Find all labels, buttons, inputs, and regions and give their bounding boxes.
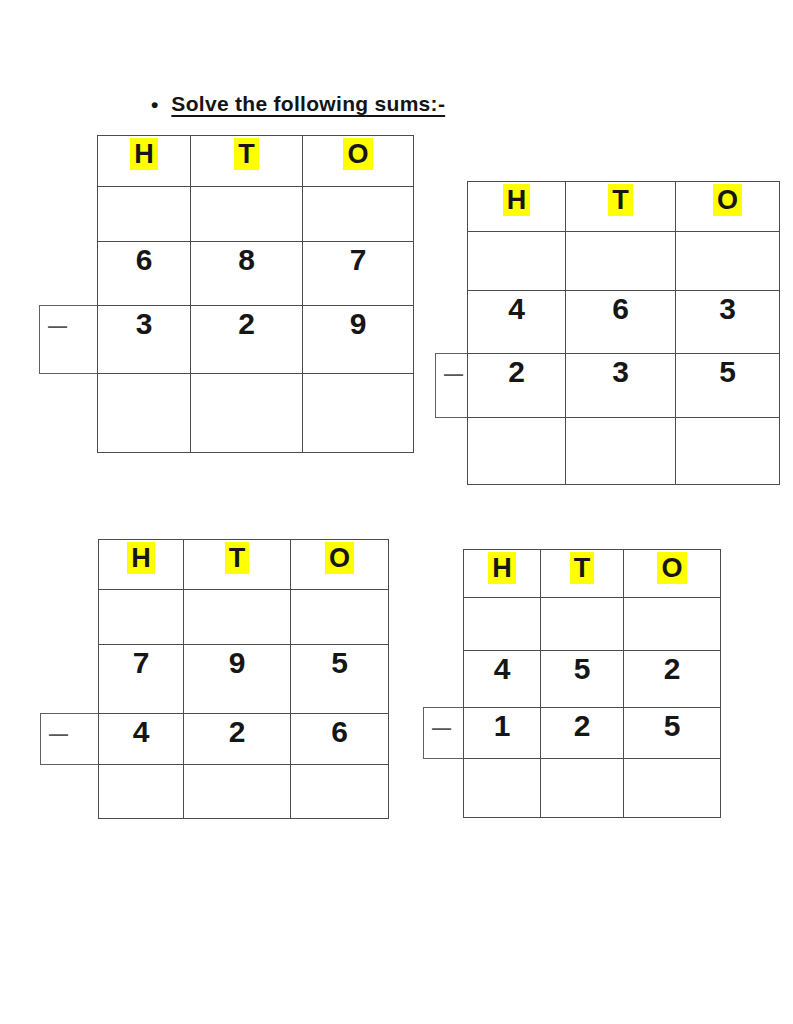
digit-cell: 4 — [99, 714, 184, 765]
digit-cell: 2 — [624, 651, 721, 708]
header-cell-ones: O — [624, 550, 721, 598]
minus-operator-box: — — [435, 353, 468, 418]
digit-cell: 6 — [291, 714, 389, 765]
answer-cell[interactable] — [291, 765, 389, 819]
header-label-o: O — [657, 552, 686, 584]
answer-cell[interactable] — [468, 418, 566, 485]
digit-cell: 4 — [464, 651, 541, 708]
work-cell[interactable] — [624, 598, 721, 651]
digit-cell: 5 — [624, 708, 721, 759]
subtraction-grid-1: H T O 6 8 7 3 2 9 — [97, 135, 414, 453]
digit-cell: 6 — [98, 242, 191, 306]
header-label-t: T — [608, 184, 633, 216]
answer-cell[interactable] — [566, 418, 676, 485]
work-cell[interactable] — [541, 598, 624, 651]
header-label-t: T — [234, 138, 259, 170]
minus-icon: — — [49, 724, 68, 743]
header-cell-tens: T — [541, 550, 624, 598]
digit-cell: 3 — [98, 306, 191, 374]
digit-cell: 5 — [541, 651, 624, 708]
digit-cell: 7 — [303, 242, 414, 306]
work-cell[interactable] — [464, 598, 541, 651]
digit-cell: 5 — [291, 645, 389, 714]
digit-cell: 2 — [541, 708, 624, 759]
minus-icon: — — [48, 316, 67, 335]
work-cell[interactable] — [468, 232, 566, 291]
header-cell-ones: O — [676, 182, 780, 232]
header-cell-ones: O — [291, 540, 389, 590]
digit-cell: 6 — [566, 291, 676, 354]
digit-cell: 8 — [191, 242, 303, 306]
header-label-h: H — [127, 542, 155, 574]
header-cell-tens: T — [191, 136, 303, 187]
header-cell-hundreds: H — [99, 540, 184, 590]
answer-cell[interactable] — [99, 765, 184, 819]
digit-cell: 2 — [184, 714, 291, 765]
minus-operator-box: — — [423, 707, 464, 759]
minus-icon: — — [444, 364, 463, 383]
subtraction-grid-3: H T O 7 9 5 4 2 6 — [98, 539, 389, 819]
answer-cell[interactable] — [541, 759, 624, 818]
answer-cell[interactable] — [303, 374, 414, 453]
digit-cell: 2 — [191, 306, 303, 374]
digit-cell: 5 — [676, 354, 780, 418]
work-cell[interactable] — [98, 187, 191, 242]
header-label-h: H — [130, 138, 158, 170]
minus-operator-box: — — [40, 713, 99, 765]
header-label-t: T — [570, 552, 595, 584]
answer-cell[interactable] — [184, 765, 291, 819]
header-cell-hundreds: H — [98, 136, 191, 187]
work-cell[interactable] — [184, 590, 291, 645]
digit-cell: 3 — [676, 291, 780, 354]
work-cell[interactable] — [291, 590, 389, 645]
worksheet-title: • Solve the following sums:- — [151, 92, 445, 116]
bullet-icon: • — [151, 94, 158, 115]
work-cell[interactable] — [191, 187, 303, 242]
work-cell[interactable] — [99, 590, 184, 645]
digit-cell: 2 — [468, 354, 566, 418]
subtraction-grid-2: H T O 4 6 3 2 3 5 — [467, 181, 780, 485]
minus-operator-box: — — [39, 305, 98, 374]
digit-cell: 1 — [464, 708, 541, 759]
digit-cell: 4 — [468, 291, 566, 354]
subtraction-grid-4: H T O 4 5 2 1 2 5 — [463, 549, 721, 818]
header-cell-tens: T — [566, 182, 676, 232]
header-label-h: H — [503, 184, 531, 216]
answer-cell[interactable] — [676, 418, 780, 485]
header-cell-tens: T — [184, 540, 291, 590]
work-cell[interactable] — [303, 187, 414, 242]
header-cell-ones: O — [303, 136, 414, 187]
work-cell[interactable] — [676, 232, 780, 291]
answer-cell[interactable] — [464, 759, 541, 818]
digit-cell: 7 — [99, 645, 184, 714]
header-label-h: H — [488, 552, 516, 584]
header-label-o: O — [713, 184, 742, 216]
minus-icon: — — [432, 718, 451, 737]
header-label-t: T — [225, 542, 250, 574]
work-cell[interactable] — [566, 232, 676, 291]
digit-cell: 9 — [184, 645, 291, 714]
answer-cell[interactable] — [98, 374, 191, 453]
header-label-o: O — [343, 138, 372, 170]
header-label-o: O — [325, 542, 354, 574]
answer-cell[interactable] — [191, 374, 303, 453]
digit-cell: 3 — [566, 354, 676, 418]
header-cell-hundreds: H — [464, 550, 541, 598]
header-cell-hundreds: H — [468, 182, 566, 232]
worksheet-page: • Solve the following sums:- — H T O 6 8… — [0, 0, 793, 1024]
digit-cell: 9 — [303, 306, 414, 374]
page-title: Solve the following sums:- — [171, 92, 445, 116]
answer-cell[interactable] — [624, 759, 721, 818]
